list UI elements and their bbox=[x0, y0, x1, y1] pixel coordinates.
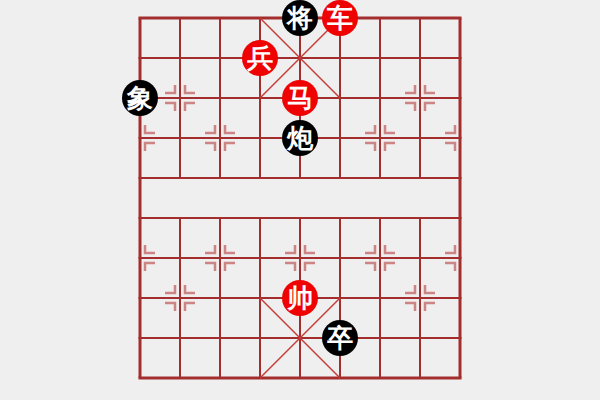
piece-red-horse[interactable]: 马 bbox=[282, 80, 318, 116]
piece-black-cannon[interactable]: 炮 bbox=[282, 120, 318, 156]
board-grid bbox=[0, 0, 600, 400]
piece-black-elephant[interactable]: 象 bbox=[122, 80, 158, 116]
piece-red-soldier[interactable]: 兵 bbox=[242, 40, 278, 76]
piece-black-general[interactable]: 将 bbox=[282, 0, 318, 36]
xiangqi-board[interactable]: 将车兵象马炮帅卒 bbox=[0, 0, 600, 400]
piece-black-soldier[interactable]: 卒 bbox=[322, 320, 358, 356]
piece-red-chariot[interactable]: 车 bbox=[322, 0, 358, 36]
piece-red-general[interactable]: 帅 bbox=[282, 280, 318, 316]
